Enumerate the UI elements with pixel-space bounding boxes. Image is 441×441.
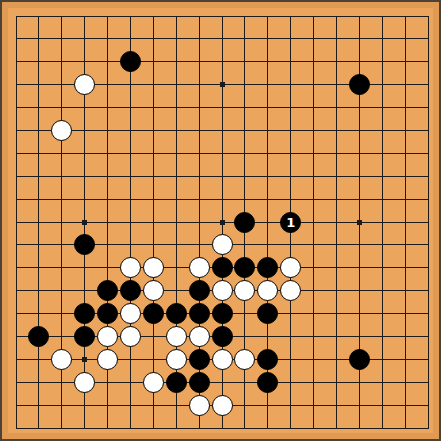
go-board: 1 xyxy=(0,0,441,441)
black-stone xyxy=(212,326,233,347)
black-stone xyxy=(166,303,187,324)
white-stone xyxy=(51,349,72,370)
star-point xyxy=(220,220,225,225)
grid-line-vertical xyxy=(405,16,406,429)
black-stone xyxy=(189,372,210,393)
black-stone xyxy=(212,257,233,278)
grid-line-horizontal xyxy=(16,428,429,429)
black-stone xyxy=(97,303,118,324)
star-point xyxy=(220,82,225,87)
black-stone xyxy=(74,326,95,347)
move-1-label: 1 xyxy=(286,216,295,229)
black-stone xyxy=(257,303,278,324)
white-stone xyxy=(120,326,141,347)
white-stone xyxy=(189,395,210,416)
white-stone xyxy=(74,74,95,95)
white-stone xyxy=(212,280,233,301)
white-stone xyxy=(189,257,210,278)
star-point xyxy=(357,220,362,225)
black-stone xyxy=(189,303,210,324)
black-stone xyxy=(143,303,164,324)
white-stone xyxy=(234,349,255,370)
black-stone xyxy=(212,303,233,324)
star-point xyxy=(82,220,87,225)
white-stone xyxy=(97,326,118,347)
star-point xyxy=(82,357,87,362)
white-stone xyxy=(143,257,164,278)
move-1-stone: 1 xyxy=(280,212,301,233)
white-stone xyxy=(257,280,278,301)
black-stone xyxy=(97,280,118,301)
black-stone xyxy=(120,280,141,301)
white-stone xyxy=(166,326,187,347)
white-stone xyxy=(97,349,118,370)
white-stone xyxy=(212,395,233,416)
black-stone xyxy=(349,74,370,95)
white-stone xyxy=(280,257,301,278)
grid-line-vertical xyxy=(313,16,314,429)
black-stone xyxy=(257,349,278,370)
white-stone xyxy=(120,257,141,278)
black-stone xyxy=(189,349,210,370)
white-stone xyxy=(74,372,95,393)
black-stone xyxy=(166,372,187,393)
black-stone xyxy=(120,51,141,72)
white-stone xyxy=(234,280,255,301)
black-stone xyxy=(189,280,210,301)
grid-line-vertical xyxy=(336,16,337,429)
white-stone xyxy=(120,303,141,324)
black-stone xyxy=(257,372,278,393)
black-stone xyxy=(28,326,49,347)
white-stone xyxy=(212,234,233,255)
white-stone xyxy=(280,280,301,301)
white-stone xyxy=(51,120,72,141)
black-stone xyxy=(74,234,95,255)
white-stone xyxy=(189,326,210,347)
black-stone xyxy=(234,212,255,233)
white-stone xyxy=(212,349,233,370)
white-stone xyxy=(143,372,164,393)
white-stone xyxy=(166,349,187,370)
white-stone xyxy=(143,280,164,301)
black-stone xyxy=(74,303,95,324)
black-stone xyxy=(349,349,370,370)
black-stone xyxy=(234,257,255,278)
grid-line-vertical xyxy=(382,16,383,429)
grid-line-vertical xyxy=(428,16,429,429)
black-stone xyxy=(257,257,278,278)
